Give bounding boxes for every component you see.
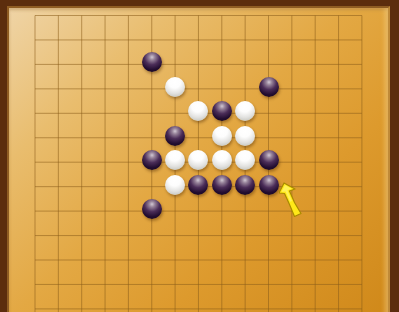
- cursor-arrow-icon: [279, 182, 309, 220]
- white-stone: [165, 77, 185, 97]
- black-stone: [259, 150, 279, 170]
- black-stone: [212, 175, 232, 195]
- black-stone: [165, 126, 185, 146]
- black-stone: [259, 77, 279, 97]
- black-stone: [235, 175, 255, 195]
- black-stone: [142, 150, 162, 170]
- white-stone: [165, 175, 185, 195]
- black-stone: [188, 175, 208, 195]
- black-stone: [212, 101, 232, 121]
- black-stone: [142, 199, 162, 219]
- game-window: [0, 0, 399, 312]
- white-stone: [235, 126, 255, 146]
- black-stone: [259, 175, 279, 195]
- white-stone: [212, 150, 232, 170]
- white-stone: [212, 126, 232, 146]
